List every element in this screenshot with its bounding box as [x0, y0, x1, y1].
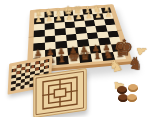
- loose-disc-brown: [117, 86, 127, 94]
- loose-disc-light: [128, 84, 138, 92]
- loose-pieces: ♚♟♞♞♟: [0, 0, 150, 117]
- loose-dark-knight: ♞: [126, 54, 144, 74]
- chess-set-photo: ♜♞♝♚♛♝♞♜♟♟♟♟♟♟♟♟♟♟♟♟♟♟♟♟♜♞♝♚♛♝♞♜ ♚♟♞♞♟: [0, 0, 150, 117]
- loose-disc-light: [127, 94, 137, 102]
